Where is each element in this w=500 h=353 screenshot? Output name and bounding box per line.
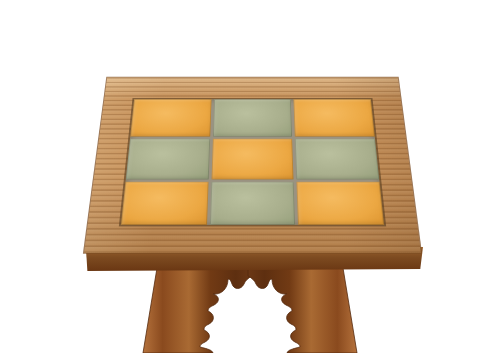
left-leg-and-bracket (143, 268, 252, 353)
tile-r3c3-yellow (297, 181, 384, 224)
tile-r1c3-yellow (294, 99, 375, 137)
tile-r3c1-yellow (121, 181, 208, 224)
tile-r1c2-green (213, 99, 293, 137)
tile-r3c2-green (210, 181, 296, 224)
tile-r2c1-green (126, 139, 210, 179)
tile-table-photo (0, 0, 500, 353)
tile-r2c2-yellow (211, 139, 294, 179)
right-leg-and-bracket (248, 268, 357, 353)
tile-r2c3-green (295, 139, 379, 179)
tile-board (121, 99, 384, 225)
tabletop-wood-frame (84, 77, 421, 253)
tile-r1c1-yellow (130, 99, 211, 137)
